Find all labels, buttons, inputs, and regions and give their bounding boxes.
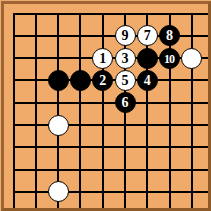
stone-move-5[interactable]: 5 bbox=[115, 70, 136, 91]
grid-line-horizontal bbox=[13, 13, 209, 15]
grid-line-vertical bbox=[35, 13, 37, 209]
grid-line-horizontal bbox=[13, 124, 209, 126]
stone-number: 6 bbox=[122, 95, 129, 110]
stone-number: 2 bbox=[99, 73, 106, 88]
stone-white-plain[interactable] bbox=[48, 181, 69, 202]
stone-move-3[interactable]: 3 bbox=[115, 48, 136, 69]
go-board[interactable]: 97813102546 bbox=[0, 0, 211, 211]
grid-line-vertical bbox=[79, 13, 81, 209]
stone-number: 3 bbox=[122, 51, 129, 66]
stone-number: 10 bbox=[164, 52, 174, 65]
stone-black-plain[interactable] bbox=[48, 70, 69, 91]
grid-line-horizontal bbox=[13, 169, 209, 171]
stone-number: 9 bbox=[122, 28, 129, 43]
grid-line-vertical bbox=[191, 13, 193, 209]
stone-white-plain[interactable] bbox=[181, 48, 202, 69]
grid-line-horizontal bbox=[13, 191, 209, 193]
grid-line-horizontal bbox=[13, 102, 209, 104]
stone-move-7[interactable]: 7 bbox=[137, 25, 158, 46]
stone-white-plain[interactable] bbox=[48, 115, 69, 136]
stone-number: 4 bbox=[144, 73, 151, 88]
stone-move-6[interactable]: 6 bbox=[115, 92, 136, 113]
stone-number: 7 bbox=[144, 28, 151, 43]
stone-black-plain[interactable] bbox=[137, 48, 158, 69]
grid-line-horizontal bbox=[13, 146, 209, 148]
stone-black-plain[interactable] bbox=[70, 70, 91, 91]
stone-move-8[interactable]: 8 bbox=[159, 25, 180, 46]
stone-move-4[interactable]: 4 bbox=[137, 70, 158, 91]
stone-number: 5 bbox=[122, 73, 129, 88]
stone-move-9[interactable]: 9 bbox=[115, 25, 136, 46]
grid-line-vertical bbox=[57, 13, 59, 209]
stone-number: 1 bbox=[99, 51, 106, 66]
grid-line-vertical bbox=[102, 13, 104, 209]
stone-number: 8 bbox=[166, 28, 173, 43]
stone-move-1[interactable]: 1 bbox=[92, 48, 113, 69]
stone-move-10[interactable]: 10 bbox=[159, 48, 180, 69]
stone-move-2[interactable]: 2 bbox=[92, 70, 113, 91]
grid-line-vertical bbox=[13, 13, 15, 209]
